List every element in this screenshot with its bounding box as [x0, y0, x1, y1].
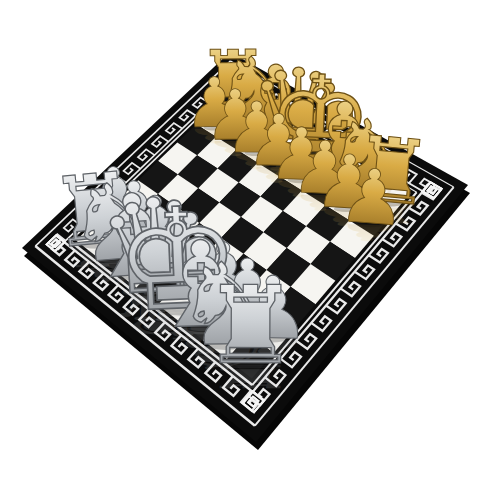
piece-gold-pawn-h7[interactable]: ♟♟	[332, 150, 410, 246]
svg-text:♜: ♜	[202, 263, 299, 388]
chess-set-product-photo: ♜♜♞♞♟♟♝♝♟♟♛♛♟♟♚♚♟♟♝♝♟♟♞♞♟♟♜♜♟♟♟♟♟♟♟♟♜♜♟♟…	[0, 0, 480, 480]
chessboard: ♜♜♞♞♟♟♝♝♟♟♛♛♟♟♚♚♟♟♝♝♟♟♞♞♟♟♜♜♟♟♟♟♟♟♟♟♜♜♟♟…	[0, 0, 480, 480]
svg-text:♟: ♟	[336, 150, 410, 243]
pieces: ♜♜♞♞♟♟♝♝♟♟♛♛♟♟♚♚♟♟♝♝♟♟♞♞♟♟♜♜♟♟♟♟♟♟♟♟♜♜♟♟…	[45, 33, 436, 394]
piece-silver-rook-h1[interactable]: ♜♜	[202, 263, 299, 395]
